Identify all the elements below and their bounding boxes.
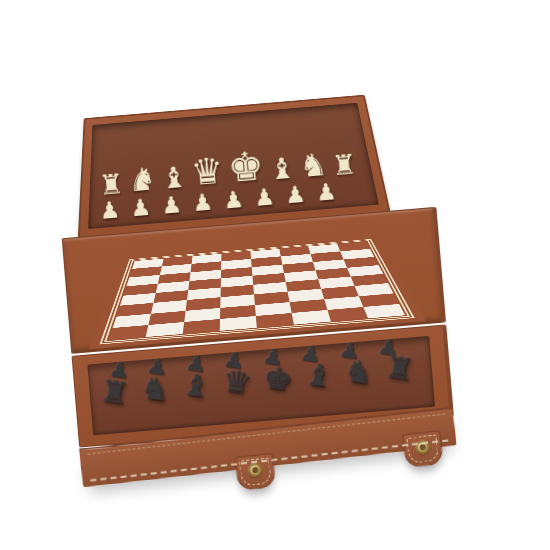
snap-strap-left (235, 453, 277, 491)
brass-snap-icon (248, 462, 263, 477)
white-pawn-piece: ♟ (253, 185, 275, 210)
black-rook-piece: ♜ (383, 351, 417, 385)
black-knight-piece: ♞ (342, 354, 376, 388)
black-king-piece: ♚ (261, 361, 295, 395)
white-pawn-piece: ♟ (284, 183, 306, 208)
case-lid: ♜♞♝♛♚♝♞♜ ♟♟♟♟♟♟♟♟ (66, 67, 391, 239)
white-piece-rack: ♜♞♝♛♚♝♞♜ ♟♟♟♟♟♟♟♟ (87, 69, 363, 223)
white-pawn-piece: ♟ (160, 193, 182, 218)
black-knight-piece: ♞ (139, 371, 173, 405)
white-pawn-piece: ♟ (130, 196, 152, 221)
black-bishop-piece: ♝ (301, 358, 335, 392)
white-pawn-piece: ♟ (315, 180, 337, 205)
snap-strap-right (403, 430, 445, 468)
case-base: ♟♟♟♟♟♟♟♟ ♜♞♝♛♚♝♞♜ (62, 207, 458, 488)
black-rook-piece: ♜ (98, 375, 132, 409)
white-pawn-piece: ♟ (191, 191, 213, 216)
white-pawn-piece: ♟ (222, 188, 244, 213)
black-bishop-piece: ♝ (179, 368, 213, 402)
chess-set-product-photo: ♜♞♝♛♚♝♞♜ ♟♟♟♟♟♟♟♟ ♟♟♟♟♟♟♟♟ ♜♞♝♛♚♝♞♜ (0, 0, 550, 550)
chess-case: ♜♞♝♛♚♝♞♜ ♟♟♟♟♟♟♟♟ ♟♟♟♟♟♟♟♟ ♜♞♝♛♚♝♞♜ (33, 36, 482, 529)
white-pawn-piece: ♟ (99, 198, 121, 223)
black-queen-piece: ♛ (220, 364, 254, 398)
brass-snap-icon (415, 439, 430, 454)
